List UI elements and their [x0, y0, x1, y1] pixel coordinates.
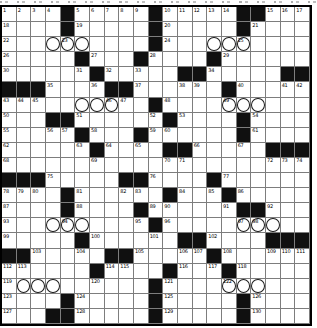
grid-cell[interactable] [31, 22, 46, 37]
grid-cell[interactable]: 116 [178, 264, 193, 279]
grid-cell[interactable] [90, 203, 105, 218]
grid-cell[interactable] [105, 188, 120, 203]
grid-cell[interactable]: 127 [2, 309, 17, 324]
grid-cell[interactable]: 107 [193, 249, 208, 264]
grid-cell[interactable] [251, 37, 266, 52]
grid-cell[interactable] [119, 113, 134, 128]
grid-cell[interactable] [266, 52, 281, 67]
grid-cell[interactable] [105, 52, 120, 67]
grid-cell[interactable]: 91 [222, 203, 237, 218]
grid-cell[interactable] [237, 158, 252, 173]
grid-cell[interactable]: 18 [2, 22, 17, 37]
grid-cell[interactable]: 87 [2, 203, 17, 218]
grid-cell[interactable] [134, 22, 149, 37]
grid-cell[interactable]: 81 [75, 188, 90, 203]
grid-cell[interactable] [295, 203, 310, 218]
grid-cell[interactable] [281, 218, 296, 233]
grid-cell[interactable] [266, 309, 281, 324]
grid-cell[interactable] [266, 128, 281, 143]
grid-cell[interactable] [237, 279, 252, 294]
grid-cell[interactable] [105, 294, 120, 309]
grid-cell[interactable] [31, 143, 46, 158]
grid-cell[interactable] [75, 173, 90, 188]
grid-cell[interactable] [46, 98, 61, 113]
grid-cell[interactable] [17, 309, 32, 324]
grid-cell[interactable] [163, 52, 178, 67]
grid-cell[interactable] [119, 37, 134, 52]
grid-cell[interactable] [46, 233, 61, 248]
grid-cell[interactable] [266, 173, 281, 188]
grid-cell[interactable]: 45 [31, 98, 46, 113]
grid-cell[interactable] [75, 98, 90, 113]
grid-cell[interactable] [295, 113, 310, 128]
grid-cell[interactable] [119, 309, 134, 324]
grid-cell[interactable] [17, 67, 32, 82]
grid-cell[interactable] [295, 98, 310, 113]
grid-cell[interactable] [295, 128, 310, 143]
grid-cell[interactable] [178, 218, 193, 233]
grid-cell[interactable]: 27 [90, 52, 105, 67]
grid-cell[interactable]: 126 [251, 294, 266, 309]
grid-cell[interactable] [295, 279, 310, 294]
grid-cell[interactable] [237, 52, 252, 67]
grid-cell[interactable]: 29 [222, 52, 237, 67]
grid-cell[interactable] [17, 294, 32, 309]
grid-cell[interactable] [46, 158, 61, 173]
grid-cell[interactable]: 17 [295, 7, 310, 22]
grid-cell[interactable] [207, 218, 222, 233]
grid-cell[interactable] [295, 173, 310, 188]
grid-cell[interactable] [237, 98, 252, 113]
grid-cell[interactable]: 23 [61, 37, 76, 52]
grid-cell[interactable] [134, 264, 149, 279]
grid-cell[interactable] [281, 173, 296, 188]
grid-cell[interactable] [17, 52, 32, 67]
grid-cell[interactable] [61, 264, 76, 279]
grid-cell[interactable] [17, 37, 32, 52]
grid-cell[interactable] [222, 143, 237, 158]
grid-cell[interactable]: 84 [178, 188, 193, 203]
grid-cell[interactable] [75, 82, 90, 97]
grid-cell[interactable] [178, 22, 193, 37]
grid-cell[interactable] [295, 37, 310, 52]
grid-cell[interactable]: 24 [163, 37, 178, 52]
grid-cell[interactable] [163, 82, 178, 97]
grid-cell[interactable] [61, 82, 76, 97]
grid-cell[interactable]: 3 [31, 7, 46, 22]
grid-cell[interactable]: 36 [90, 82, 105, 97]
grid-cell[interactable]: 41 [281, 82, 296, 97]
grid-cell[interactable] [207, 37, 222, 52]
grid-cell[interactable] [119, 279, 134, 294]
grid-cell[interactable] [281, 264, 296, 279]
grid-cell[interactable] [193, 22, 208, 37]
grid-cell[interactable] [281, 188, 296, 203]
grid-cell[interactable] [266, 67, 281, 82]
grid-cell[interactable]: 55 [2, 128, 17, 143]
grid-cell[interactable] [178, 279, 193, 294]
grid-cell[interactable]: 72 [266, 158, 281, 173]
grid-cell[interactable] [105, 173, 120, 188]
grid-cell[interactable] [105, 37, 120, 52]
grid-cell[interactable]: 105 [134, 249, 149, 264]
grid-cell[interactable] [193, 294, 208, 309]
grid-cell[interactable]: 77 [222, 173, 237, 188]
grid-cell[interactable]: 124 [75, 294, 90, 309]
grid-cell[interactable] [46, 143, 61, 158]
grid-cell[interactable] [295, 52, 310, 67]
grid-cell[interactable] [281, 22, 296, 37]
grid-cell[interactable]: 8 [119, 7, 134, 22]
grid-cell[interactable] [178, 203, 193, 218]
grid-cell[interactable]: 110 [281, 249, 296, 264]
grid-cell[interactable]: 35 [46, 82, 61, 97]
grid-cell[interactable] [31, 279, 46, 294]
grid-cell[interactable] [193, 203, 208, 218]
grid-cell[interactable]: 6 [90, 7, 105, 22]
grid-cell[interactable] [31, 203, 46, 218]
grid-cell[interactable] [266, 218, 281, 233]
grid-cell[interactable]: 113 [17, 264, 32, 279]
grid-cell[interactable]: 122 [222, 279, 237, 294]
grid-cell[interactable]: 49 [222, 98, 237, 113]
grid-cell[interactable]: 37 [134, 82, 149, 97]
grid-cell[interactable] [134, 113, 149, 128]
grid-cell[interactable] [75, 158, 90, 173]
grid-cell[interactable]: 82 [119, 188, 134, 203]
grid-cell[interactable] [17, 22, 32, 37]
grid-cell[interactable]: 121 [163, 279, 178, 294]
grid-cell[interactable] [134, 158, 149, 173]
grid-cell[interactable] [295, 22, 310, 37]
grid-cell[interactable]: 14 [222, 7, 237, 22]
grid-cell[interactable] [178, 98, 193, 113]
grid-cell[interactable] [266, 264, 281, 279]
grid-cell[interactable] [149, 188, 164, 203]
grid-cell[interactable] [281, 37, 296, 52]
grid-cell[interactable] [193, 98, 208, 113]
grid-cell[interactable] [222, 233, 237, 248]
grid-cell[interactable] [207, 82, 222, 97]
grid-cell[interactable] [193, 218, 208, 233]
grid-cell[interactable] [105, 113, 120, 128]
grid-cell[interactable]: 38 [178, 82, 193, 97]
grid-cell[interactable] [17, 279, 32, 294]
grid-cell[interactable] [17, 143, 32, 158]
grid-cell[interactable] [178, 173, 193, 188]
grid-cell[interactable] [207, 22, 222, 37]
grid-cell[interactable] [178, 128, 193, 143]
grid-cell[interactable] [119, 158, 134, 173]
grid-cell[interactable]: 130 [251, 309, 266, 324]
grid-cell[interactable] [119, 52, 134, 67]
grid-cell[interactable] [178, 294, 193, 309]
grid-cell[interactable] [31, 37, 46, 52]
grid-cell[interactable] [266, 113, 281, 128]
grid-cell[interactable] [207, 113, 222, 128]
grid-cell[interactable]: 108 [222, 249, 237, 264]
grid-cell[interactable] [251, 264, 266, 279]
grid-cell[interactable]: 103 [31, 249, 46, 264]
grid-cell[interactable] [207, 158, 222, 173]
grid-cell[interactable]: 53 [178, 113, 193, 128]
grid-cell[interactable] [251, 82, 266, 97]
grid-cell[interactable]: 28 [149, 52, 164, 67]
grid-cell[interactable] [149, 158, 164, 173]
grid-cell[interactable]: 31 [75, 67, 90, 82]
grid-cell[interactable] [119, 22, 134, 37]
grid-cell[interactable] [281, 98, 296, 113]
grid-cell[interactable]: 129 [163, 309, 178, 324]
grid-cell[interactable] [251, 158, 266, 173]
grid-cell[interactable]: 7 [105, 7, 120, 22]
grid-cell[interactable]: 22 [2, 37, 17, 52]
grid-cell[interactable] [207, 203, 222, 218]
grid-cell[interactable]: 123 [2, 294, 17, 309]
grid-cell[interactable]: 19 [75, 22, 90, 37]
grid-cell[interactable] [61, 158, 76, 173]
grid-cell[interactable]: 92 [266, 203, 281, 218]
grid-cell[interactable]: 56 [46, 128, 61, 143]
grid-cell[interactable]: 44 [17, 98, 32, 113]
grid-cell[interactable]: 128 [75, 309, 90, 324]
grid-cell[interactable]: 73 [281, 158, 296, 173]
grid-cell[interactable]: 88 [75, 203, 90, 218]
grid-cell[interactable] [251, 67, 266, 82]
grid-cell[interactable]: 90 [163, 203, 178, 218]
grid-cell[interactable]: 120 [90, 279, 105, 294]
grid-cell[interactable] [281, 113, 296, 128]
grid-cell[interactable] [134, 37, 149, 52]
grid-cell[interactable] [90, 294, 105, 309]
grid-cell[interactable] [90, 22, 105, 37]
grid-cell[interactable]: 83 [134, 188, 149, 203]
grid-cell[interactable]: 40 [237, 82, 252, 97]
grid-cell[interactable]: 93 [2, 218, 17, 233]
grid-cell[interactable] [119, 203, 134, 218]
grid-cell[interactable]: 112 [2, 264, 17, 279]
grid-cell[interactable]: 42 [295, 82, 310, 97]
grid-cell[interactable]: 54 [251, 113, 266, 128]
grid-cell[interactable] [178, 37, 193, 52]
grid-cell[interactable] [105, 279, 120, 294]
grid-cell[interactable] [193, 279, 208, 294]
grid-cell[interactable] [222, 22, 237, 37]
grid-cell[interactable]: 76 [149, 173, 164, 188]
grid-cell[interactable] [222, 294, 237, 309]
grid-cell[interactable] [119, 128, 134, 143]
grid-cell[interactable]: 12 [193, 7, 208, 22]
grid-cell[interactable] [31, 218, 46, 233]
grid-cell[interactable]: 34 [207, 67, 222, 82]
grid-cell[interactable]: 20 [163, 22, 178, 37]
grid-cell[interactable] [61, 52, 76, 67]
grid-cell[interactable]: 60 [163, 128, 178, 143]
grid-cell[interactable]: 99 [2, 233, 17, 248]
grid-cell[interactable] [61, 173, 76, 188]
grid-cell[interactable] [90, 249, 105, 264]
grid-cell[interactable]: 52 [149, 113, 164, 128]
grid-cell[interactable]: 39 [193, 82, 208, 97]
grid-cell[interactable]: 47 [119, 98, 134, 113]
grid-cell[interactable] [105, 128, 120, 143]
grid-cell[interactable] [295, 264, 310, 279]
grid-cell[interactable]: 95 [134, 218, 149, 233]
grid-cell[interactable] [251, 98, 266, 113]
grid-cell[interactable] [46, 67, 61, 82]
grid-cell[interactable]: 125 [163, 294, 178, 309]
grid-cell[interactable] [281, 309, 296, 324]
grid-cell[interactable] [119, 218, 134, 233]
grid-cell[interactable] [119, 143, 134, 158]
grid-cell[interactable] [105, 158, 120, 173]
grid-cell[interactable] [119, 67, 134, 82]
grid-cell[interactable]: 2 [17, 7, 32, 22]
grid-cell[interactable] [281, 203, 296, 218]
grid-cell[interactable] [207, 98, 222, 113]
grid-cell[interactable] [222, 128, 237, 143]
grid-cell[interactable]: 30 [2, 67, 17, 82]
grid-cell[interactable]: 75 [46, 173, 61, 188]
grid-cell[interactable] [178, 309, 193, 324]
grid-cell[interactable] [31, 294, 46, 309]
grid-cell[interactable] [193, 52, 208, 67]
grid-cell[interactable]: 13 [207, 7, 222, 22]
grid-cell[interactable]: 96 [163, 218, 178, 233]
grid-cell[interactable] [251, 279, 266, 294]
grid-cell[interactable] [119, 233, 134, 248]
grid-cell[interactable] [295, 294, 310, 309]
grid-cell[interactable] [266, 37, 281, 52]
grid-cell[interactable] [61, 98, 76, 113]
grid-cell[interactable] [207, 279, 222, 294]
grid-cell[interactable]: 85 [207, 188, 222, 203]
grid-cell[interactable]: 98 [251, 218, 266, 233]
grid-cell[interactable] [105, 203, 120, 218]
grid-cell[interactable]: 117 [207, 264, 222, 279]
grid-cell[interactable] [31, 52, 46, 67]
grid-cell[interactable] [251, 188, 266, 203]
grid-cell[interactable] [31, 309, 46, 324]
grid-cell[interactable]: 94 [61, 218, 76, 233]
grid-cell[interactable] [266, 22, 281, 37]
grid-cell[interactable] [17, 128, 32, 143]
grid-cell[interactable]: 70 [163, 158, 178, 173]
grid-cell[interactable] [193, 37, 208, 52]
grid-cell[interactable] [75, 279, 90, 294]
grid-cell[interactable] [207, 143, 222, 158]
grid-cell[interactable] [222, 218, 237, 233]
grid-cell[interactable] [193, 188, 208, 203]
grid-cell[interactable] [163, 233, 178, 248]
grid-cell[interactable] [251, 233, 266, 248]
grid-cell[interactable] [149, 143, 164, 158]
grid-cell[interactable] [281, 294, 296, 309]
grid-cell[interactable] [119, 294, 134, 309]
grid-cell[interactable]: 119 [2, 279, 17, 294]
grid-cell[interactable] [207, 309, 222, 324]
grid-cell[interactable] [31, 113, 46, 128]
grid-cell[interactable] [149, 264, 164, 279]
grid-cell[interactable]: 111 [295, 249, 310, 264]
grid-cell[interactable]: 63 [75, 143, 90, 158]
grid-cell[interactable] [90, 173, 105, 188]
grid-cell[interactable] [46, 37, 61, 52]
grid-cell[interactable] [17, 218, 32, 233]
grid-cell[interactable] [193, 173, 208, 188]
grid-cell[interactable]: 1 [2, 7, 17, 22]
grid-cell[interactable]: 74 [295, 158, 310, 173]
grid-cell[interactable] [281, 128, 296, 143]
grid-cell[interactable] [90, 113, 105, 128]
grid-cell[interactable] [207, 128, 222, 143]
grid-cell[interactable] [134, 233, 149, 248]
grid-cell[interactable] [46, 249, 61, 264]
grid-cell[interactable] [295, 309, 310, 324]
grid-cell[interactable] [251, 249, 266, 264]
grid-cell[interactable]: 9 [134, 7, 149, 22]
grid-cell[interactable] [295, 188, 310, 203]
grid-cell[interactable] [134, 279, 149, 294]
grid-cell[interactable] [134, 294, 149, 309]
grid-cell[interactable] [134, 98, 149, 113]
grid-cell[interactable]: 68 [2, 158, 17, 173]
grid-cell[interactable] [266, 98, 281, 113]
grid-cell[interactable]: 65 [134, 143, 149, 158]
grid-cell[interactable]: 115 [119, 264, 134, 279]
grid-cell[interactable]: 46 [105, 98, 120, 113]
grid-cell[interactable] [193, 309, 208, 324]
grid-cell[interactable] [46, 22, 61, 37]
grid-cell[interactable]: 101 [149, 233, 164, 248]
grid-cell[interactable]: 33 [134, 67, 149, 82]
grid-cell[interactable] [46, 203, 61, 218]
grid-cell[interactable] [266, 279, 281, 294]
grid-cell[interactable] [17, 233, 32, 248]
grid-cell[interactable] [281, 279, 296, 294]
grid-cell[interactable] [61, 233, 76, 248]
grid-cell[interactable]: 67 [237, 143, 252, 158]
grid-cell[interactable] [90, 218, 105, 233]
grid-cell[interactable]: 78 [2, 188, 17, 203]
grid-cell[interactable] [193, 264, 208, 279]
grid-cell[interactable] [222, 158, 237, 173]
grid-cell[interactable]: 64 [105, 143, 120, 158]
grid-cell[interactable] [46, 188, 61, 203]
grid-cell[interactable]: 16 [281, 7, 296, 22]
grid-cell[interactable] [134, 309, 149, 324]
grid-cell[interactable] [61, 143, 76, 158]
grid-cell[interactable]: 57 [61, 128, 76, 143]
grid-cell[interactable] [46, 218, 61, 233]
grid-cell[interactable] [46, 264, 61, 279]
grid-cell[interactable] [61, 279, 76, 294]
grid-cell[interactable] [193, 128, 208, 143]
grid-cell[interactable] [251, 52, 266, 67]
grid-cell[interactable]: 21 [251, 22, 266, 37]
grid-cell[interactable] [75, 37, 90, 52]
grid-cell[interactable] [31, 67, 46, 82]
grid-cell[interactable]: 66 [193, 143, 208, 158]
grid-cell[interactable]: 11 [178, 7, 193, 22]
grid-cell[interactable] [149, 82, 164, 97]
grid-cell[interactable] [222, 113, 237, 128]
grid-cell[interactable] [17, 113, 32, 128]
grid-cell[interactable] [149, 249, 164, 264]
grid-cell[interactable]: 104 [75, 249, 90, 264]
grid-cell[interactable]: 62 [2, 143, 17, 158]
grid-cell[interactable]: 118 [237, 264, 252, 279]
